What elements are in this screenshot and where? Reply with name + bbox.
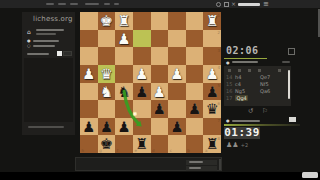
white-player-dot: ● [226,61,230,65]
chat-input-bar[interactable] [75,157,222,171]
chat-footer-note [28,126,64,128]
chatbar-scrollbar[interactable] [219,159,221,170]
game-panel: 02:06 ● 14 h4 Qe7 15 c4 N [224,44,301,146]
square-a4[interactable]: ♟4 [203,65,221,83]
square-a2[interactable]: 2 [203,30,221,48]
square-c6[interactable] [168,100,186,118]
square-c1[interactable] [168,12,186,30]
square-e6[interactable] [133,100,151,118]
square-g4[interactable]: ♛ [98,65,116,83]
nav-item[interactable] [114,3,119,5]
search-icon[interactable] [216,2,221,7]
rank-label: 6 [217,101,220,106]
square-d5[interactable]: ♟ [151,83,169,101]
movelist-icon[interactable] [278,69,281,72]
chat-action-button[interactable] [186,160,217,165]
piece-white-queen: ♛ [98,65,116,83]
square-h2[interactable] [80,30,98,48]
nav-item[interactable] [104,3,110,5]
close-icon[interactable]: × [231,0,236,8]
lichess-page: lichess.org ⌂ ● ○ ♚♜♜1♟23♟♛♟♟♟4♞♞♟♟♟5♟♟♛… [0,8,320,172]
piece-white-pawn: ♟ [80,65,98,83]
square-d2[interactable] [151,30,169,48]
square-h4[interactable]: ♟ [80,65,98,83]
square-h5[interactable] [80,83,98,101]
square-a8[interactable]: ♜a8 [203,135,221,153]
rank-label: 3 [217,48,220,53]
square-h8[interactable]: h [80,135,98,153]
movelist-icon[interactable] [248,69,251,72]
rank-label: 4 [217,65,220,70]
square-f7[interactable]: ♟ [115,118,133,136]
file-label: a [205,148,207,153]
square-e7[interactable] [133,118,151,136]
file-label: b [187,148,190,153]
black-player-name[interactable] [33,45,55,47]
square-c7[interactable]: ♟ [168,118,186,136]
square-d1[interactable] [151,12,169,30]
square-g2[interactable] [98,30,116,48]
square-b7[interactable] [186,118,204,136]
file-label: g [99,148,102,153]
square-f5[interactable]: ♞ [115,83,133,101]
material-advantage: +2 [241,142,248,148]
file-label: c [170,148,172,153]
square-a5[interactable]: ♟5 [203,83,221,101]
rank-label: 7 [217,118,220,123]
square-f3[interactable] [115,47,133,65]
username-blob [238,3,260,6]
screen: × ≡ lichess.org ⌂ ● ○ ♚♜♜1♟23♟♛♟♟♟4♞♞♟♟♟… [0,0,320,180]
piece-black-pawn: ♟ [168,118,186,136]
square-f1[interactable]: ♜ [115,12,133,30]
rank-label: 1 [217,13,220,18]
movelist-scrollbar[interactable] [288,70,290,99]
square-b3[interactable] [186,47,204,65]
file-label: e [134,148,136,153]
movelist-icon[interactable] [228,69,231,72]
piece-white-rook: ♜ [115,12,133,30]
piece-black-pawn: ♟ [133,83,151,101]
file-label: f [117,148,118,153]
sidebar: lichess.org ⌂ ● ○ [22,12,75,135]
chat-room-title [27,53,49,55]
square-f2[interactable]: ♟ [115,30,133,48]
square-g3[interactable] [98,47,116,65]
square-b8[interactable]: b [186,135,204,153]
square-e8[interactable]: ♜e [133,135,151,153]
square-f8[interactable]: f [115,135,133,153]
square-c8[interactable]: c [168,135,186,153]
square-g5[interactable]: ♞ [98,83,116,101]
white-clock: 02:06 [226,45,259,56]
move-list-panel[interactable]: 14 h4 Qe7 15 c4 Nf5 16 Ng5 Qa6 17 Qg4 [224,66,291,106]
nav-item[interactable] [85,3,99,5]
square-d8[interactable]: d [151,135,169,153]
square-c2[interactable] [168,30,186,48]
square-b6[interactable]: ♟ [186,100,204,118]
black-player-dot: ● [226,119,230,123]
piece-white-pawn: ♟ [151,83,169,101]
square-b5[interactable] [186,83,204,101]
square-b1[interactable] [186,12,204,30]
piece-black-pawn: ♟ [151,100,169,118]
square-a6[interactable]: ♛6 [203,100,221,118]
square-a1[interactable]: ♜1 [203,12,221,30]
move-row[interactable]: 16 Ng5 Qa6 [224,88,287,95]
square-b4[interactable] [186,65,204,83]
clock-settings-icon[interactable] [288,48,295,55]
chat-action-label [189,161,203,163]
window-icon[interactable] [224,2,229,7]
square-g7[interactable]: ♟ [98,118,116,136]
game-info-line [36,33,56,35]
square-h7[interactable]: ♟ [80,118,98,136]
piece-white-king: ♚ [98,12,116,30]
move-row[interactable]: 15 c4 Nf5 [224,81,287,88]
square-e4[interactable]: ♟ [133,65,151,83]
square-g8[interactable]: ♚g [98,135,116,153]
flag-button[interactable]: ⚐ [262,107,268,115]
piece-white-pawn: ♟ [115,30,133,48]
piece-white-pawn: ♟ [168,65,186,83]
square-g1[interactable]: ♚ [98,12,116,30]
black-player-badge [289,117,296,122]
square-e2[interactable] [133,30,151,48]
square-c5[interactable] [168,83,186,101]
nav-item[interactable] [58,3,66,5]
rewind-button[interactable]: ↺ [248,107,253,115]
rank-label: 2 [217,30,220,35]
square-c4[interactable]: ♟ [168,65,186,83]
square-h1[interactable] [80,12,98,30]
square-h6[interactable] [80,100,98,118]
chat-toggle-checkbox[interactable] [57,51,62,56]
site-logo[interactable]: lichess.org [33,15,73,23]
piece-black-knight: ♞ [115,83,133,101]
square-e3[interactable] [133,47,151,65]
movelist-icon[interactable] [238,69,241,72]
square-a7[interactable]: 7 [203,118,221,136]
captured-pieces: ♟♟ +2 [226,141,248,149]
square-d3[interactable] [151,47,169,65]
white-player-name[interactable] [33,40,59,42]
piece-black-pawn: ♟ [80,118,98,136]
rank-label: 5 [217,83,220,88]
captured-pawns: ♟♟ [226,141,239,149]
white-clock-underline [224,58,267,60]
square-d6[interactable]: ♟ [151,100,169,118]
move-row[interactable]: 14 h4 Qe7 [224,74,287,81]
square-d7[interactable] [151,118,169,136]
piece-white-pawn: ♟ [133,65,151,83]
square-b2[interactable] [186,30,204,48]
chess-board: ♚♜♜1♟23♟♛♟♟♟4♞♞♟♟♟5♟♟♛6♟♟♟♟7h♚gf♜edcb♜a8 [80,12,221,153]
file-label: d [152,148,155,153]
move-row current-move[interactable]: 17 Qg4 [224,95,287,102]
square-f4[interactable] [115,65,133,83]
square-e5[interactable]: ♟ [133,83,151,101]
file-label: h [82,148,85,153]
piece-white-knight: ♞ [98,83,116,101]
black-player-label[interactable] [232,120,260,122]
square-a3[interactable]: 3 [203,47,221,65]
square-f6[interactable] [115,100,133,118]
black-player-dot: ○ [27,44,31,48]
square-g6[interactable] [98,100,116,118]
piece-black-pawn: ♟ [98,118,116,136]
rank-label: 8 [217,136,220,141]
video-watermark [302,172,318,178]
nav-item[interactable] [46,3,54,5]
chat-header-button[interactable] [63,51,72,56]
piece-black-pawn: ♟ [115,118,133,136]
movelist-icon[interactable] [258,69,261,72]
game-setup-icon: ⌂ [27,29,31,35]
square-h3[interactable] [80,47,98,65]
chat-messages-panel[interactable] [24,58,73,122]
top-bar: × ≡ [0,0,320,8]
nav-item[interactable] [70,3,78,5]
chat-action-button[interactable] [186,166,217,171]
square-e1[interactable] [133,12,151,30]
white-player-rating [282,61,290,63]
game-info-line [36,29,64,31]
piece-black-pawn: ♟ [186,100,204,118]
menu-icon[interactable]: ≡ [263,0,269,8]
white-player-label[interactable] [232,61,258,63]
black-clock: 01:39 [224,127,260,140]
square-c3[interactable] [168,47,186,65]
square-d4[interactable] [151,65,169,83]
chat-action-label [189,167,201,169]
